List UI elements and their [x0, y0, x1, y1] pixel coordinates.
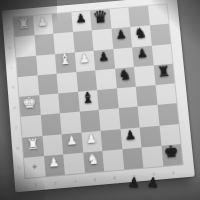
square-e8[interactable]: [155, 83, 176, 105]
square-d2[interactable]: [37, 73, 58, 95]
board-corner-emblem: ✦: [30, 162, 38, 173]
square-g7[interactable]: [140, 125, 161, 147]
square-a5[interactable]: ♛: [90, 9, 111, 30]
square-b6[interactable]: ♟: [111, 27, 132, 48]
square-a1[interactable]: ♜: [13, 16, 34, 37]
square-b2[interactable]: [34, 34, 55, 55]
file-label-a: a: [7, 25, 10, 30]
photo-frame: abcdefgh 12345678 ♜♟♟♛♟♞♝♟♟♟♞♜♚♝♜♟♟♟✦♟♞♚…: [0, 0, 200, 200]
white-king-e1[interactable]: ♚: [22, 95, 38, 112]
file-label-h: h: [18, 166, 21, 171]
square-e7[interactable]: [136, 85, 157, 107]
square-a6[interactable]: [109, 8, 130, 29]
black-bishop-e4[interactable]: ♝: [81, 90, 96, 106]
white-pawn-a2[interactable]: ♟: [37, 16, 49, 29]
square-e3[interactable]: [58, 92, 79, 114]
square-d6[interactable]: ♞: [115, 67, 136, 89]
board-squares: ♜♟♟♛♟♞♝♟♟♟♞♜♚♝♜♟♟♟✦♟♞♚: [13, 4, 182, 178]
square-h3[interactable]: [63, 152, 84, 174]
black-rook-d8[interactable]: ♜: [157, 64, 171, 79]
white-rook-a1[interactable]: ♜: [17, 16, 30, 31]
captured-black-pawn-1[interactable]: ♟: [128, 176, 141, 190]
square-a4[interactable]: ♟: [71, 11, 92, 32]
file-label-c: c: [10, 65, 13, 70]
square-a8[interactable]: [148, 4, 169, 25]
captured-pieces-tray: ♟♟: [128, 176, 158, 189]
square-h4[interactable]: ♞: [83, 151, 104, 173]
square-h7[interactable]: [141, 146, 163, 168]
square-h5[interactable]: [102, 149, 123, 171]
file-label-e: e: [13, 105, 16, 110]
square-e2[interactable]: [39, 93, 60, 115]
square-e4[interactable]: ♝: [78, 90, 99, 112]
black-king-h8[interactable]: ♚: [163, 143, 179, 160]
rank-label-5: 5: [113, 175, 116, 180]
square-b5[interactable]: [92, 29, 113, 50]
file-label-d: d: [12, 85, 15, 90]
white-pawn-g3[interactable]: ♟: [66, 134, 78, 147]
white-bishop-c3[interactable]: ♝: [58, 52, 73, 68]
square-c4[interactable]: ♟: [74, 50, 95, 72]
square-d7[interactable]: [134, 65, 155, 87]
square-f7[interactable]: [138, 105, 159, 127]
square-a3[interactable]: [52, 13, 73, 34]
square-f2[interactable]: [40, 114, 61, 136]
white-knight-h4[interactable]: ♞: [86, 151, 100, 166]
square-c5[interactable]: ♟: [93, 49, 114, 71]
black-pawn-g6[interactable]: ♟: [124, 128, 136, 141]
square-b7[interactable]: ♞: [130, 26, 151, 47]
rank-label-4: 4: [93, 176, 96, 181]
square-c3[interactable]: ♝: [55, 52, 76, 74]
square-f8[interactable]: [157, 103, 178, 125]
square-f5[interactable]: [99, 108, 120, 130]
black-pawn-c5[interactable]: ♟: [98, 50, 110, 63]
black-knight-d6[interactable]: ♞: [118, 67, 132, 82]
square-d3[interactable]: [57, 72, 78, 94]
captured-black-pawn-2[interactable]: ♟: [146, 176, 159, 190]
square-b1[interactable]: [15, 36, 36, 57]
square-c2[interactable]: [36, 54, 57, 76]
square-g1[interactable]: ♜: [22, 136, 43, 158]
black-pawn-b6[interactable]: ♟: [115, 29, 127, 42]
black-pawn-a4[interactable]: ♟: [75, 12, 87, 25]
rank-label-1: 1: [34, 182, 37, 187]
square-c1[interactable]: [16, 55, 37, 77]
square-a2[interactable]: ♟: [32, 14, 53, 35]
white-pawn-h2[interactable]: ♟: [48, 156, 60, 169]
square-g5[interactable]: [101, 129, 122, 151]
square-h8[interactable]: ♚: [161, 144, 183, 166]
square-c7[interactable]: ♟: [132, 45, 153, 67]
square-h6[interactable]: [122, 147, 143, 169]
square-g6[interactable]: ♟: [120, 127, 141, 149]
white-pawn-c4[interactable]: ♟: [79, 52, 91, 65]
square-d5[interactable]: [95, 68, 116, 90]
square-e1[interactable]: ♚: [19, 95, 40, 117]
rank-label-8: 8: [172, 170, 175, 175]
rank-label-3: 3: [74, 178, 77, 183]
chessboard: abcdefgh 12345678 ♜♟♟♛♟♞♝♟♟♟♞♜♚♝♜♟♟♟✦♟♞♚: [2, 0, 195, 192]
square-d8[interactable]: ♜: [153, 63, 174, 85]
square-e5[interactable]: [97, 88, 118, 110]
square-h1[interactable]: ✦: [24, 156, 45, 178]
rank-label-2: 2: [54, 180, 57, 185]
square-g2[interactable]: [42, 134, 63, 156]
square-b4[interactable]: [73, 31, 94, 52]
file-label-b: b: [9, 45, 12, 50]
file-label-f: f: [15, 125, 17, 130]
square-h2[interactable]: ♟: [44, 154, 65, 176]
square-f4[interactable]: [79, 110, 100, 132]
black-queen-a5[interactable]: ♛: [92, 8, 108, 26]
square-f3[interactable]: [60, 112, 81, 134]
white-pawn-g4[interactable]: ♟: [85, 132, 97, 145]
square-e6[interactable]: [116, 87, 137, 109]
black-pawn-c7[interactable]: ♟: [136, 47, 148, 60]
square-b8[interactable]: [149, 24, 170, 45]
square-g3[interactable]: ♟: [61, 132, 82, 154]
square-f6[interactable]: [118, 107, 139, 129]
white-rook-g1[interactable]: ♜: [26, 136, 40, 151]
file-label-g: g: [16, 145, 19, 150]
black-knight-b7[interactable]: ♞: [134, 26, 148, 41]
